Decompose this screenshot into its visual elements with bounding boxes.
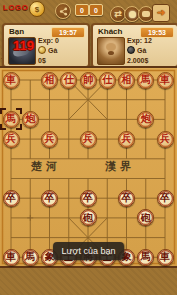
piece-red-elephant-a[interactable]: 相 [41,72,58,89]
piece-black-pawn-3[interactable]: 卒 [80,190,97,207]
player-money-opponent: 2.000$ [127,56,152,66]
xiangqi-board[interactable]: 楚河 漢界 車相仕帥仕相馬車馬炮炮兵兵兵兵兵卒卒卒卒卒砲砲車馬象士將士象馬車 [0,66,177,268]
share-icon [59,7,68,16]
piece-red-cannon-a[interactable]: 炮 [22,111,39,128]
piece-black-cannon-center[interactable]: 砲 [80,209,97,226]
coin-icon [38,46,46,54]
piece-red-pawn-4[interactable]: 兵 [118,131,135,148]
player-name-opponent: Khách [98,27,122,36]
player-panel-self: Bạn 19:57 119 Exp: 0 Gà 0$ [2,23,90,68]
piece-red-chariot-a[interactable]: 車 [3,72,20,89]
player-exp-self: Exp: 0 [38,36,59,46]
piece-red-chariot-b[interactable]: 車 [157,72,174,89]
chat-icon [142,11,150,17]
counter-right: 0 [89,4,103,16]
piece-black-pawn-2[interactable]: 卒 [41,190,58,207]
player-money-self: 0$ [38,56,59,66]
piece-red-advisor-a[interactable]: 仕 [60,72,77,89]
swap-icon: ⇄ [114,10,122,19]
piece-red-general[interactable]: 帥 [80,72,97,89]
piece-red-pawn-2[interactable]: 兵 [41,131,58,148]
piece-red-cannon-b[interactable]: 炮 [137,111,154,128]
piece-red-pawn-5[interactable]: 兵 [157,131,174,148]
piece-black-chariot-b[interactable]: 車 [157,249,174,266]
player-exp-opponent: Exp: 12 [127,36,152,46]
player-name-self: Bạn [9,27,24,36]
piece-red-pawn-3[interactable]: 兵 [80,131,97,148]
piece-black-chariot-a[interactable]: 車 [3,249,20,266]
piece-black-pawn-1[interactable]: 卒 [3,190,20,207]
pieces-layer: 車相仕帥仕相馬車馬炮炮兵兵兵兵兵卒卒卒卒卒砲砲車馬象士將士象馬車 [0,68,177,266]
piece-red-horse-b[interactable]: 馬 [137,72,154,89]
exit-door-icon: ➜ [157,8,165,18]
turn-banner: Lượt của bạn [53,242,125,260]
share-button[interactable] [55,3,71,19]
piece-red-elephant-b[interactable]: 相 [118,72,135,89]
gold-coin-icon: $ [29,1,45,17]
piece-black-horse-a[interactable]: 馬 [22,249,39,266]
coin-icon [127,46,135,54]
player-currency-opponent: Gà [127,46,152,56]
piece-black-pawn-5[interactable]: 卒 [157,190,174,207]
piece-red-pawn-1[interactable]: 兵 [3,131,20,148]
player-currency-self: Gà [38,46,59,56]
app-logo: LOGO [3,3,29,12]
piece-black-pawn-4[interactable]: 卒 [118,190,135,207]
exit-button[interactable]: ➜ [152,4,170,22]
game-screen: LOGO $ 0 0 ⇄ ➜ ✦ ✦ ✦ ✦ ✦ Bạn 19:57 119 E… [0,0,177,295]
player-panel-opponent: Khách 19:53 Exp: 12 Gà 2.000$ [91,23,177,68]
piece-black-horse-b[interactable]: 馬 [137,249,154,266]
avatar-opponent [97,37,125,65]
lamp-icon [129,11,136,18]
piece-red-advisor-b[interactable]: 仕 [99,72,116,89]
piece-red-horse-a[interactable]: 馬 [3,111,20,128]
notification-badge: 119 [13,38,34,53]
counter-left: 0 [75,4,89,16]
piece-black-cannon-b[interactable]: 砲 [137,209,154,226]
